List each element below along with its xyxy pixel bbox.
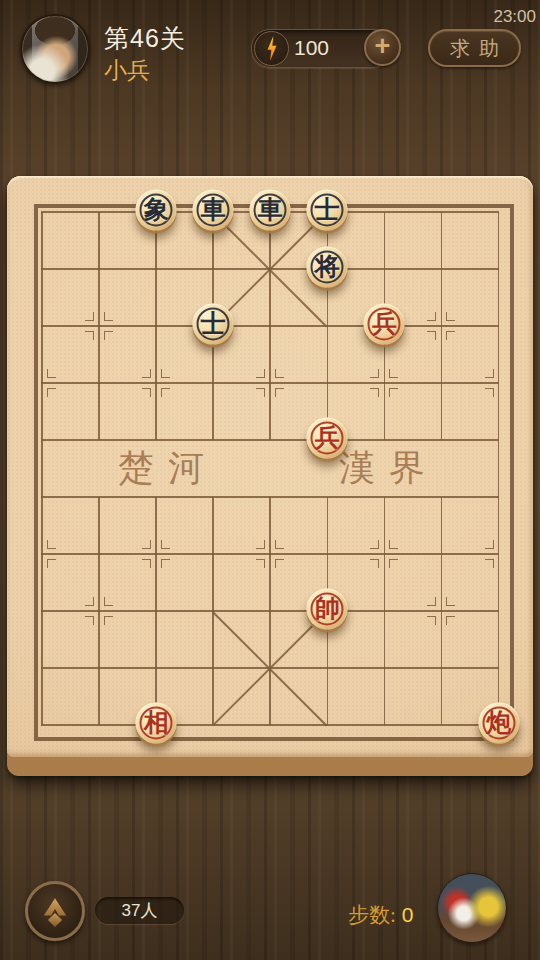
star-point-mark [275,559,284,568]
star-point-mark [370,388,379,397]
level-title: 第46关 [104,22,186,55]
star-point-mark [142,388,151,397]
piece-black[interactable]: 象 [136,189,177,230]
grid-line [269,497,271,725]
grid-line [441,212,443,440]
star-point-mark [485,388,494,397]
star-point-mark [104,597,113,606]
step-counter: 步数:0 [348,901,414,929]
piece-black[interactable]: 士 [193,303,234,344]
star-point-mark [85,616,94,625]
piece-red[interactable]: 帥 [307,588,348,629]
star-point-mark [370,369,379,378]
star-point-mark [142,540,151,549]
star-point-mark [275,369,284,378]
add-energy-button[interactable]: + [364,29,401,66]
star-point-mark [389,540,398,549]
star-point-mark [485,540,494,549]
grid-line [498,212,500,725]
star-point-mark [389,388,398,397]
piece-black[interactable]: 士 [307,189,348,230]
star-point-mark [47,540,56,549]
star-point-mark [256,540,265,549]
grid-line [155,497,157,725]
star-point-mark [142,559,151,568]
star-point-mark [446,312,455,321]
grid-line [269,212,271,440]
star-point-mark [256,369,265,378]
star-point-mark [446,331,455,340]
player-rank: 小兵 [104,55,150,86]
piece-red[interactable]: 相 [136,702,177,743]
star-point-mark [275,540,284,549]
app-screen: 第46关 小兵 100 + 求助 23:00 楚河 漢界 象車車士将士兵兵帥相炮… [0,0,540,960]
piece-black[interactable]: 車 [250,189,291,230]
star-point-mark [47,388,56,397]
step-counter-label: 步数: [348,903,396,927]
piece-red[interactable]: 兵 [307,417,348,458]
piece-red[interactable]: 炮 [478,702,519,743]
player-avatar[interactable] [20,14,90,84]
star-point-mark [427,616,436,625]
step-counter-value: 0 [396,903,414,926]
expand-button[interactable] [25,881,85,941]
lightning-icon [254,31,289,66]
star-point-mark [142,369,151,378]
star-point-mark [161,559,170,568]
piece-black[interactable]: 将 [307,246,348,287]
bottom-avatar[interactable] [437,873,507,943]
star-point-mark [47,369,56,378]
piece-red[interactable]: 兵 [364,303,405,344]
star-point-mark [161,540,170,549]
star-point-mark [104,331,113,340]
star-point-mark [427,597,436,606]
star-point-mark [104,312,113,321]
grid-line [98,497,100,725]
star-point-mark [427,312,436,321]
star-point-mark [256,559,265,568]
star-point-mark [427,331,436,340]
star-point-mark [85,597,94,606]
piece-black[interactable]: 車 [193,189,234,230]
help-button[interactable]: 求助 [428,29,521,67]
grid-line [441,497,443,725]
star-point-mark [161,388,170,397]
star-point-mark [446,616,455,625]
star-point-mark [85,312,94,321]
energy-value: 100 [294,36,329,60]
system-clock: 23:00 [493,7,536,27]
star-point-mark [485,559,494,568]
star-point-mark [275,388,284,397]
xiangqi-board: 楚河 漢界 象車車士将士兵兵帥相炮 [7,176,533,776]
online-count-badge: 37人 [95,897,184,924]
star-point-mark [161,369,170,378]
board-grid[interactable]: 楚河 漢界 象車車士将士兵兵帥相炮 [42,212,499,725]
grid-line [384,497,386,725]
star-point-mark [370,559,379,568]
grid-line [41,212,43,725]
river-text-left: 楚河 [104,444,218,493]
star-point-mark [446,597,455,606]
star-point-mark [389,559,398,568]
star-point-mark [389,369,398,378]
star-point-mark [104,616,113,625]
star-point-mark [370,540,379,549]
star-point-mark [85,331,94,340]
grid-line [98,212,100,440]
grid-line [155,212,157,440]
star-point-mark [485,369,494,378]
star-point-mark [256,388,265,397]
star-point-mark [47,559,56,568]
